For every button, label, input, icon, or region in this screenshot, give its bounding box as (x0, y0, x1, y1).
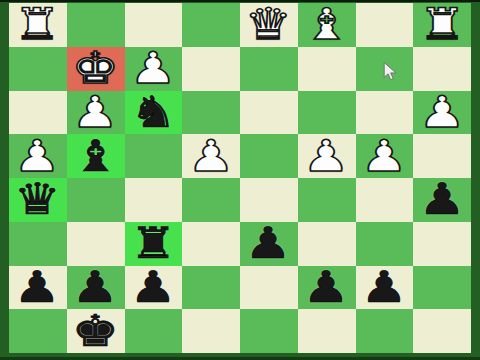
square-e3[interactable]: ♟ (240, 222, 298, 266)
square-e2[interactable] (240, 266, 298, 310)
square-e7[interactable] (240, 47, 298, 91)
piece-black-rook[interactable]: ♜ (130, 222, 177, 265)
square-b8[interactable] (67, 3, 125, 47)
square-c7[interactable]: ♟ (125, 47, 183, 91)
square-b6[interactable]: ♟ (67, 91, 125, 135)
square-d3[interactable] (182, 222, 240, 266)
piece-black-pawn[interactable]: ♟ (303, 266, 350, 309)
square-g2[interactable]: ♟ (356, 266, 414, 310)
square-b5[interactable]: ♝ (67, 134, 125, 178)
square-a7[interactable] (9, 47, 67, 91)
square-h4[interactable]: ♟ (413, 178, 471, 222)
square-a4[interactable]: ♛ (9, 178, 67, 222)
square-c2[interactable]: ♟ (125, 266, 183, 310)
piece-white-pawn[interactable]: ♟ (130, 47, 177, 90)
square-a6[interactable] (9, 91, 67, 135)
square-e1[interactable] (240, 309, 298, 353)
piece-white-pawn[interactable]: ♟ (72, 91, 119, 134)
square-a1[interactable] (9, 309, 67, 353)
square-f6[interactable] (298, 91, 356, 135)
square-f3[interactable] (298, 222, 356, 266)
piece-black-king[interactable]: ♚ (72, 309, 119, 352)
square-c1[interactable] (125, 309, 183, 353)
square-e5[interactable] (240, 134, 298, 178)
piece-white-queen[interactable]: ♛ (245, 3, 292, 46)
square-d1[interactable] (182, 309, 240, 353)
square-b3[interactable] (67, 222, 125, 266)
square-d8[interactable] (182, 3, 240, 47)
piece-white-king[interactable]: ♚ (72, 47, 119, 90)
square-g8[interactable] (356, 3, 414, 47)
square-b2[interactable]: ♟ (67, 266, 125, 310)
square-d6[interactable] (182, 91, 240, 135)
square-e4[interactable] (240, 178, 298, 222)
piece-white-pawn[interactable]: ♟ (14, 134, 61, 177)
square-f1[interactable] (298, 309, 356, 353)
square-h7[interactable] (413, 47, 471, 91)
square-c3[interactable]: ♜ (125, 222, 183, 266)
square-f4[interactable] (298, 178, 356, 222)
square-g1[interactable] (356, 309, 414, 353)
square-e8[interactable]: ♛ (240, 3, 298, 47)
piece-black-queen[interactable]: ♛ (14, 178, 61, 221)
chess-board[interactable]: ♜♛♝♜♚♟♟♞♟♟♝♟♟♟♛♟♜♟♟♟♟♟♟♚ (9, 3, 471, 353)
mouse-cursor-icon (383, 62, 398, 82)
square-h2[interactable] (413, 266, 471, 310)
square-g4[interactable] (356, 178, 414, 222)
square-h6[interactable]: ♟ (413, 91, 471, 135)
square-c4[interactable] (125, 178, 183, 222)
piece-black-pawn[interactable]: ♟ (72, 266, 119, 309)
square-f2[interactable]: ♟ (298, 266, 356, 310)
square-c5[interactable] (125, 134, 183, 178)
square-f7[interactable] (298, 47, 356, 91)
piece-black-pawn[interactable]: ♟ (245, 222, 292, 265)
piece-white-bishop[interactable]: ♝ (303, 3, 350, 46)
square-a3[interactable] (9, 222, 67, 266)
piece-white-rook[interactable]: ♜ (14, 3, 61, 46)
piece-white-pawn[interactable]: ♟ (419, 91, 466, 134)
square-f8[interactable]: ♝ (298, 3, 356, 47)
square-c8[interactable] (125, 3, 183, 47)
square-c6[interactable]: ♞ (125, 91, 183, 135)
piece-white-pawn[interactable]: ♟ (303, 134, 350, 177)
square-h3[interactable] (413, 222, 471, 266)
square-h1[interactable] (413, 309, 471, 353)
chessboard-frame: ♜♛♝♜♚♟♟♞♟♟♝♟♟♟♛♟♜♟♟♟♟♟♟♚ (0, 0, 480, 360)
piece-white-pawn[interactable]: ♟ (188, 134, 235, 177)
square-b1[interactable]: ♚ (67, 309, 125, 353)
piece-white-rook[interactable]: ♜ (419, 3, 466, 46)
square-d7[interactable] (182, 47, 240, 91)
square-g6[interactable] (356, 91, 414, 135)
square-b4[interactable] (67, 178, 125, 222)
piece-black-knight[interactable]: ♞ (130, 91, 177, 134)
square-a2[interactable]: ♟ (9, 266, 67, 310)
square-h5[interactable] (413, 134, 471, 178)
piece-black-pawn[interactable]: ♟ (130, 266, 177, 309)
piece-black-bishop[interactable]: ♝ (72, 134, 119, 177)
piece-black-pawn[interactable]: ♟ (14, 266, 61, 309)
square-h8[interactable]: ♜ (413, 3, 471, 47)
piece-black-pawn[interactable]: ♟ (361, 266, 408, 309)
piece-black-pawn[interactable]: ♟ (419, 178, 466, 221)
square-f5[interactable]: ♟ (298, 134, 356, 178)
square-d5[interactable]: ♟ (182, 134, 240, 178)
square-b7[interactable]: ♚ (67, 47, 125, 91)
square-a5[interactable]: ♟ (9, 134, 67, 178)
square-e6[interactable] (240, 91, 298, 135)
square-a8[interactable]: ♜ (9, 3, 67, 47)
square-g3[interactable] (356, 222, 414, 266)
piece-white-pawn[interactable]: ♟ (361, 134, 408, 177)
square-g5[interactable]: ♟ (356, 134, 414, 178)
square-d2[interactable] (182, 266, 240, 310)
square-d4[interactable] (182, 178, 240, 222)
